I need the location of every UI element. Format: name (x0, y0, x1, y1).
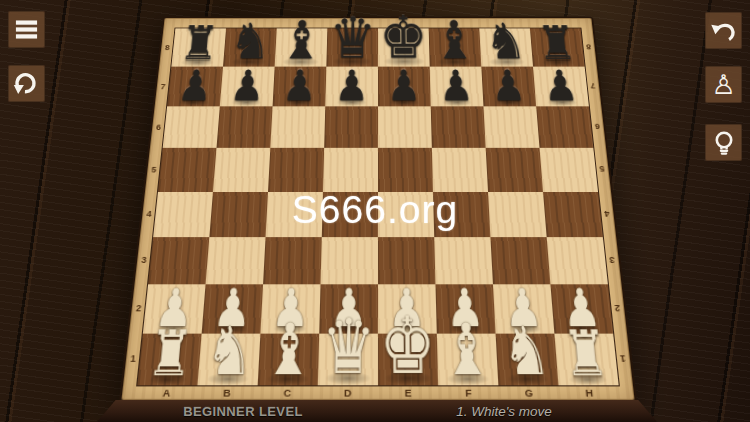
square-c5[interactable] (268, 148, 324, 191)
square-a1[interactable]: ♜ (137, 334, 201, 386)
white-rook[interactable]: ♜ (145, 322, 195, 385)
square-g7[interactable]: ♟ (481, 67, 536, 107)
square-e3[interactable] (378, 237, 435, 284)
black-pawn[interactable]: ♟ (542, 64, 580, 106)
black-knight[interactable]: ♞ (228, 17, 272, 66)
square-a4[interactable] (153, 192, 213, 237)
black-rook[interactable]: ♜ (536, 20, 579, 67)
square-f3[interactable] (434, 237, 493, 284)
black-pawn[interactable]: ♟ (282, 64, 318, 106)
square-h8[interactable]: ♜ (530, 28, 585, 66)
square-d8[interactable]: ♛ (326, 28, 378, 66)
square-a8[interactable]: ♜ (171, 28, 226, 66)
lightbulb-icon (711, 130, 737, 156)
square-g1[interactable]: ♞ (496, 334, 559, 386)
white-bishop[interactable]: ♝ (262, 314, 315, 385)
square-h4[interactable] (543, 192, 603, 237)
square-b3[interactable] (206, 237, 266, 284)
square-b5[interactable] (213, 148, 270, 191)
hamburger-icon (14, 17, 39, 42)
square-d7[interactable]: ♟ (325, 67, 378, 107)
square-f7[interactable]: ♟ (430, 67, 484, 107)
square-a6[interactable] (163, 107, 220, 149)
square-g3[interactable] (490, 237, 550, 284)
square-b7[interactable]: ♟ (220, 67, 275, 107)
white-queen[interactable]: ♛ (320, 309, 375, 385)
square-b8[interactable]: ♞ (223, 28, 277, 66)
white-knight[interactable]: ♞ (204, 318, 256, 385)
square-b4[interactable] (209, 192, 268, 237)
black-bishop[interactable]: ♝ (279, 14, 324, 66)
square-f1[interactable]: ♝ (437, 334, 499, 386)
square-g4[interactable] (488, 192, 547, 237)
piece-style-button[interactable]: ♙ (705, 66, 742, 103)
pawn-icon: ♙ (711, 71, 735, 98)
square-c3[interactable] (263, 237, 322, 284)
square-h6[interactable] (536, 107, 593, 149)
white-bishop[interactable]: ♝ (441, 314, 494, 385)
move-indicator-label: 1. White's move (456, 403, 552, 418)
square-e1[interactable]: ♚ (378, 334, 438, 386)
square-c1[interactable]: ♝ (258, 334, 320, 386)
square-g8[interactable]: ♞ (479, 28, 533, 66)
undo-arrow-icon (710, 17, 737, 44)
square-h7[interactable]: ♟ (533, 67, 589, 107)
square-f5[interactable] (432, 148, 488, 191)
black-rook[interactable]: ♜ (178, 20, 221, 67)
rotate-board-button[interactable] (8, 65, 45, 102)
hint-button[interactable] (705, 124, 742, 161)
square-f6[interactable] (431, 107, 486, 149)
black-queen[interactable]: ♛ (329, 10, 376, 66)
difficulty-level-label: BEGINNER LEVEL (183, 403, 303, 418)
square-h3[interactable] (547, 237, 608, 284)
square-d3[interactable] (321, 237, 378, 284)
rotate-icon (13, 70, 40, 97)
square-f8[interactable]: ♝ (429, 28, 482, 66)
square-d1[interactable]: ♛ (318, 334, 378, 386)
square-e5[interactable] (378, 148, 433, 191)
black-bishop[interactable]: ♝ (432, 14, 477, 66)
black-pawn[interactable]: ♟ (490, 64, 527, 106)
square-b1[interactable]: ♞ (197, 334, 260, 386)
square-a7[interactable]: ♟ (167, 67, 223, 107)
square-g5[interactable] (486, 148, 543, 191)
square-e8[interactable]: ♚ (378, 28, 430, 66)
white-rook[interactable]: ♜ (561, 322, 611, 385)
black-pawn[interactable]: ♟ (387, 64, 422, 106)
square-a5[interactable] (158, 148, 216, 191)
square-h5[interactable] (540, 148, 598, 191)
square-e7[interactable]: ♟ (378, 67, 431, 107)
square-a3[interactable] (148, 237, 209, 284)
black-pawn[interactable]: ♟ (334, 64, 369, 106)
square-b6[interactable] (216, 107, 272, 149)
square-c7[interactable]: ♟ (273, 67, 327, 107)
menu-button[interactable] (8, 11, 45, 48)
black-knight[interactable]: ♞ (484, 17, 528, 66)
white-king[interactable]: ♚ (380, 307, 437, 386)
square-g6[interactable] (483, 107, 539, 149)
square-c6[interactable] (270, 107, 325, 149)
black-pawn[interactable]: ♟ (176, 64, 214, 106)
square-h1[interactable]: ♜ (554, 334, 618, 386)
board-front-face: BEGINNER LEVEL 1. White's move (96, 400, 658, 422)
black-pawn[interactable]: ♟ (439, 64, 475, 106)
undo-move-button[interactable] (705, 12, 742, 49)
square-e6[interactable] (378, 107, 432, 149)
chess-app-screen: 87654321 87654321 ABCDEFGH ♜♞♝♛♚♝♞♜♟♟♟♟♟… (0, 0, 750, 422)
square-c8[interactable]: ♝ (275, 28, 328, 66)
black-king[interactable]: ♚ (379, 8, 428, 66)
watermark-text: S666.org (292, 188, 458, 232)
white-knight[interactable]: ♞ (501, 318, 553, 385)
square-d6[interactable] (324, 107, 378, 149)
square-d5[interactable] (323, 148, 378, 191)
black-pawn[interactable]: ♟ (229, 64, 266, 106)
